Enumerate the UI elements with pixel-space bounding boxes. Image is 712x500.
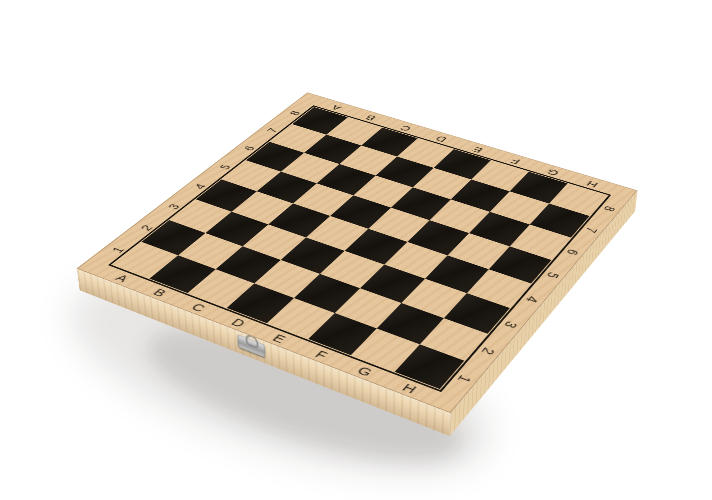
rank-label: 4 [522, 294, 543, 304]
board-square[interactable] [281, 237, 345, 273]
file-label: H [400, 380, 421, 395]
board-square[interactable] [489, 246, 552, 283]
board-square[interactable] [510, 225, 571, 261]
file-label: E [270, 331, 290, 345]
board-square[interactable] [384, 242, 447, 279]
board-square[interactable] [444, 293, 510, 334]
file-label: A [113, 272, 133, 284]
board-square[interactable] [267, 298, 335, 339]
board-square[interactable] [112, 242, 178, 279]
file-label: B [151, 286, 171, 299]
board-square[interactable] [227, 283, 294, 323]
board-square[interactable] [425, 255, 489, 293]
board-square[interactable] [188, 269, 255, 308]
board-face: ABCDEFGH8877665544332211ABCDEFGH [77, 92, 638, 413]
rank-label: 2 [136, 223, 155, 232]
board-perspective-wrapper: ABCDEFGH8877665544332211ABCDEFGH [164, 24, 572, 432]
board-square[interactable] [345, 229, 408, 265]
folding-chess-board: ABCDEFGH8877665544332211ABCDEFGH [77, 92, 638, 413]
board-square[interactable] [150, 255, 216, 293]
field-frame-line [108, 105, 611, 392]
board-square[interactable] [335, 288, 402, 328]
board-square[interactable] [243, 224, 306, 259]
board-square[interactable] [401, 279, 466, 318]
board-square[interactable] [377, 303, 444, 344]
file-label: C [189, 300, 210, 313]
rank-label: 7 [582, 226, 601, 235]
rank-label: 1 [453, 373, 475, 385]
rank-label: 6 [563, 248, 583, 258]
board-square[interactable] [351, 328, 420, 371]
file-label: D [229, 316, 250, 330]
rank-label: 1 [108, 245, 127, 255]
board-square[interactable] [395, 344, 465, 389]
board-square[interactable] [420, 318, 488, 361]
board-square[interactable] [320, 251, 384, 288]
board-square[interactable] [216, 246, 281, 283]
board-square[interactable] [308, 313, 376, 355]
product-photo-scene: ABCDEFGH8877665544332211ABCDEFGH [0, 0, 712, 500]
board-square[interactable] [360, 265, 425, 303]
rank-label: 5 [543, 270, 563, 280]
board-square[interactable] [294, 274, 360, 313]
file-label: G [355, 363, 377, 378]
board-square[interactable] [448, 233, 510, 269]
file-label: F [312, 347, 331, 361]
board-square[interactable] [254, 260, 320, 298]
board-square[interactable] [178, 233, 243, 269]
board-square[interactable] [467, 269, 531, 308]
rank-label: 2 [477, 346, 499, 357]
rank-label: 3 [500, 319, 521, 330]
rank-label: 8 [600, 205, 619, 214]
